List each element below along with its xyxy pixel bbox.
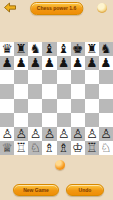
square-h6[interactable]	[99, 70, 113, 84]
new-game-button[interactable]: New Game	[13, 184, 59, 196]
square-b1[interactable]: ♖	[14, 141, 28, 155]
square-d5[interactable]	[42, 84, 56, 98]
app-screen: Chess power 1.6 ♛♜♞♝♝♚♜♞♟♟♟♟♟♟♟♟♙♙♙♙♙♙♙♙…	[0, 0, 113, 200]
square-a4[interactable]	[0, 99, 14, 113]
black-n-piece: ♞	[30, 42, 41, 56]
square-c1[interactable]: ♘	[28, 141, 42, 155]
square-g4[interactable]	[85, 99, 99, 113]
square-b4[interactable]	[14, 99, 28, 113]
square-b8[interactable]: ♜	[14, 42, 28, 56]
black-r-piece: ♜	[86, 42, 97, 56]
white-p-piece: ♙	[86, 127, 97, 141]
square-b7[interactable]: ♟	[14, 56, 28, 70]
square-f5[interactable]	[71, 84, 85, 98]
white-p-piece: ♙	[30, 127, 41, 141]
undo-button[interactable]: Undo	[66, 184, 104, 196]
square-c2[interactable]: ♙	[28, 127, 42, 141]
square-e4[interactable]	[57, 99, 71, 113]
white-n-piece: ♘	[30, 141, 41, 155]
new-game-label: New Game	[23, 188, 49, 193]
white-b-piece: ♗	[44, 141, 55, 155]
square-a7[interactable]: ♟	[0, 56, 14, 70]
white-p-piece: ♙	[72, 127, 83, 141]
square-e1[interactable]: ♗	[57, 141, 71, 155]
square-g8[interactable]: ♜	[85, 42, 99, 56]
square-g2[interactable]: ♙	[85, 127, 99, 141]
app-title-pill: Chess power 1.6	[30, 2, 83, 15]
white-p-piece: ♙	[1, 127, 12, 141]
white-p-piece: ♙	[58, 127, 69, 141]
black-k-piece: ♚	[72, 42, 83, 56]
square-f7[interactable]: ♟	[71, 56, 85, 70]
square-c4[interactable]	[28, 99, 42, 113]
square-d8[interactable]: ♝	[42, 42, 56, 56]
undo-label: Undo	[79, 188, 92, 193]
white-p-piece: ♙	[16, 127, 27, 141]
square-f6[interactable]	[71, 70, 85, 84]
black-n-piece: ♞	[100, 42, 111, 56]
square-e7[interactable]: ♟	[57, 56, 71, 70]
square-c8[interactable]: ♞	[28, 42, 42, 56]
square-d3[interactable]	[42, 113, 56, 127]
square-h2[interactable]: ♙	[99, 127, 113, 141]
square-a2[interactable]: ♙	[0, 127, 14, 141]
black-p-piece: ♟	[16, 56, 27, 70]
white-r-piece: ♖	[16, 141, 27, 155]
square-e5[interactable]	[57, 84, 71, 98]
square-b6[interactable]	[14, 70, 28, 84]
square-g7[interactable]: ♟	[85, 56, 99, 70]
white-k-piece: ♔	[72, 141, 83, 155]
square-e8[interactable]: ♝	[57, 42, 71, 56]
white-p-piece: ♙	[100, 127, 111, 141]
square-g1[interactable]: ♖	[85, 141, 99, 155]
round-badge-icon[interactable]	[97, 3, 107, 13]
square-a3[interactable]	[0, 113, 14, 127]
black-b-piece: ♝	[58, 42, 69, 56]
black-q-piece: ♛	[1, 42, 12, 56]
square-d4[interactable]	[42, 99, 56, 113]
black-p-piece: ♟	[100, 56, 111, 70]
square-g3[interactable]	[85, 113, 99, 127]
black-p-piece: ♟	[58, 56, 69, 70]
engine-thinking-indicator	[55, 160, 65, 170]
black-p-piece: ♟	[72, 56, 83, 70]
square-f4[interactable]	[71, 99, 85, 113]
square-b3[interactable]	[14, 113, 28, 127]
square-h3[interactable]	[99, 113, 113, 127]
white-r-piece: ♖	[86, 141, 97, 155]
square-b2[interactable]: ♙	[14, 127, 28, 141]
square-a8[interactable]: ♛	[0, 42, 14, 56]
square-d1[interactable]: ♗	[42, 141, 56, 155]
black-p-piece: ♟	[44, 56, 55, 70]
square-c6[interactable]	[28, 70, 42, 84]
square-f1[interactable]: ♔	[71, 141, 85, 155]
square-d7[interactable]: ♟	[42, 56, 56, 70]
square-d6[interactable]	[42, 70, 56, 84]
top-bar: Chess power 1.6	[0, 0, 113, 16]
square-a5[interactable]	[0, 84, 14, 98]
square-g5[interactable]	[85, 84, 99, 98]
square-b5[interactable]	[14, 84, 28, 98]
square-f3[interactable]	[71, 113, 85, 127]
black-r-piece: ♜	[16, 42, 27, 56]
app-title: Chess power 1.6	[37, 6, 76, 11]
square-d2[interactable]: ♙	[42, 127, 56, 141]
black-b-piece: ♝	[44, 42, 55, 56]
square-h1[interactable]: ♘	[99, 141, 113, 155]
square-e6[interactable]	[57, 70, 71, 84]
square-c3[interactable]	[28, 113, 42, 127]
back-arrow-icon[interactable]	[3, 2, 17, 13]
square-e3[interactable]	[57, 113, 71, 127]
square-h7[interactable]: ♟	[99, 56, 113, 70]
square-f2[interactable]: ♙	[71, 127, 85, 141]
white-p-piece: ♙	[44, 127, 55, 141]
square-g6[interactable]	[85, 70, 99, 84]
white-q-piece: ♕	[1, 141, 12, 155]
square-c5[interactable]	[28, 84, 42, 98]
black-p-piece: ♟	[1, 56, 12, 70]
square-h8[interactable]: ♞	[99, 42, 113, 56]
square-h4[interactable]	[99, 99, 113, 113]
square-e2[interactable]: ♙	[57, 127, 71, 141]
white-n-piece: ♘	[100, 141, 111, 155]
black-p-piece: ♟	[86, 56, 97, 70]
white-b-piece: ♗	[58, 141, 69, 155]
square-a1[interactable]: ♕	[0, 141, 14, 155]
chess-board[interactable]: ♛♜♞♝♝♚♜♞♟♟♟♟♟♟♟♟♙♙♙♙♙♙♙♙♕♖♘♗♗♔♖♘	[0, 42, 113, 155]
square-c7[interactable]: ♟	[28, 56, 42, 70]
square-f8[interactable]: ♚	[71, 42, 85, 56]
square-h5[interactable]	[99, 84, 113, 98]
black-p-piece: ♟	[30, 56, 41, 70]
square-a6[interactable]	[0, 70, 14, 84]
